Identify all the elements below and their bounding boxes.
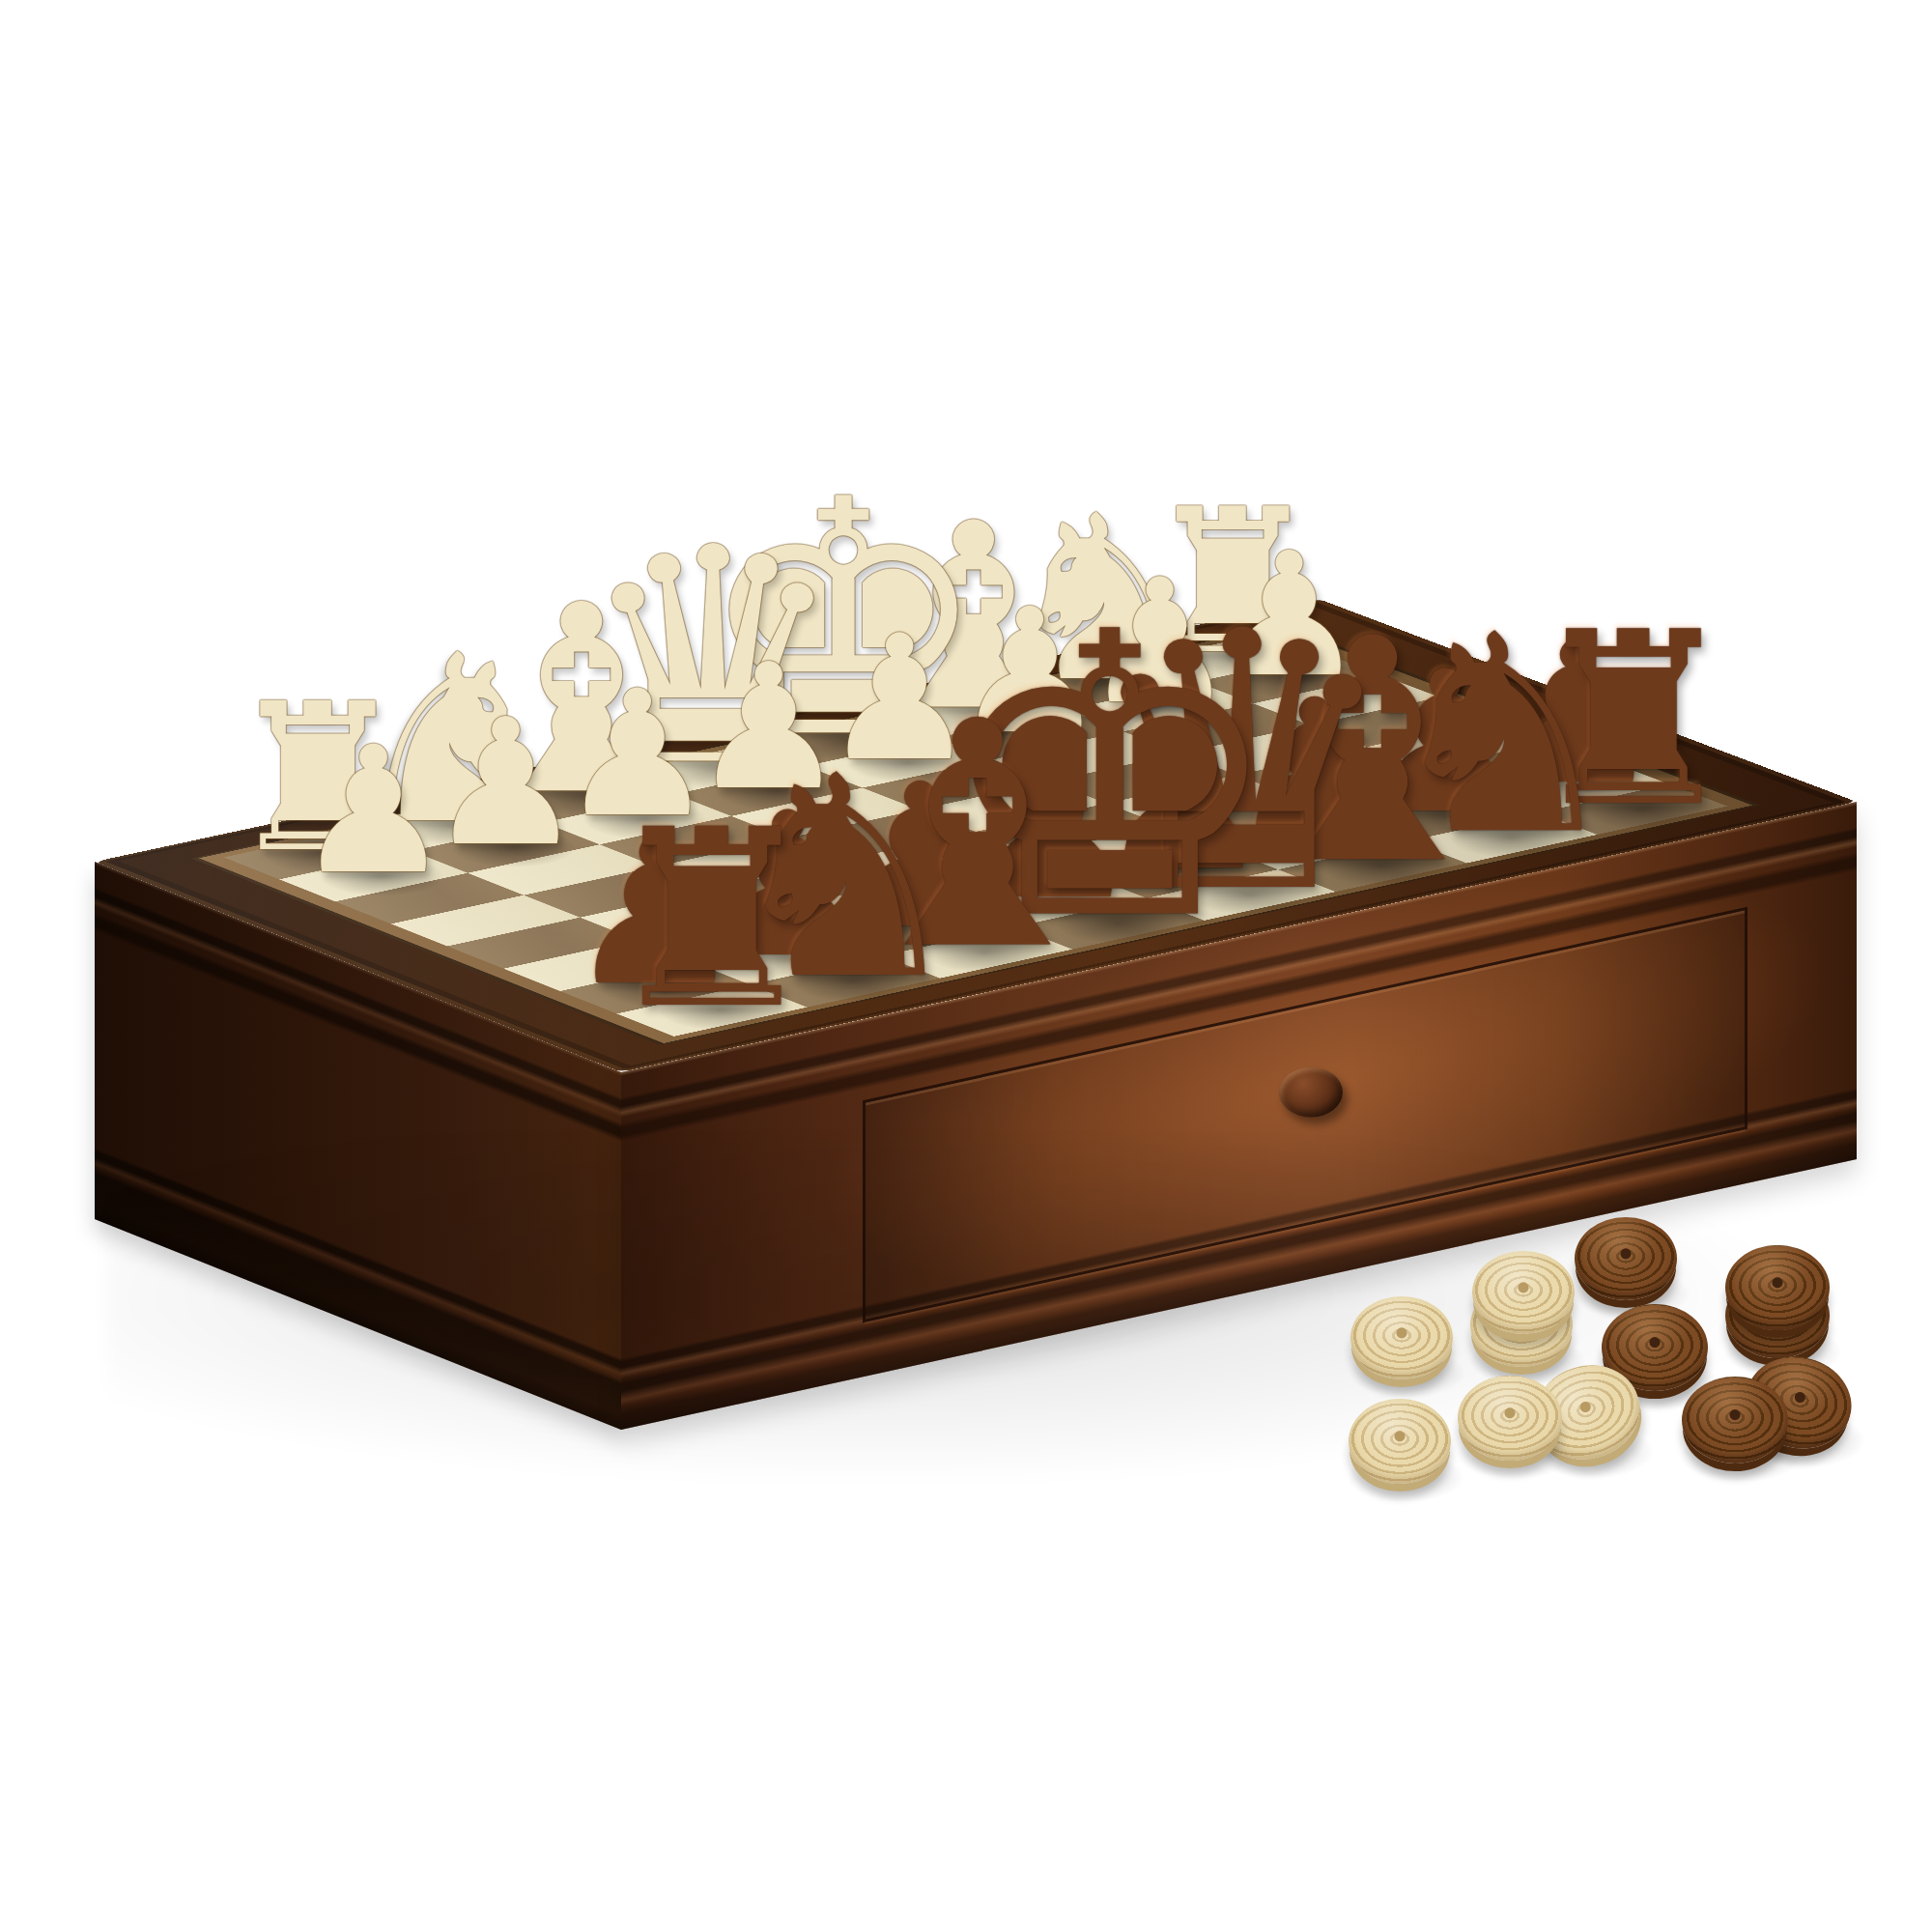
drawer-knob	[1279, 1067, 1343, 1118]
product-photo-scene: ♜♞♝♚♛♝♞♜♟♟♟♟♟♟♟♟♟♟♟♟♟♟♟♟♜♞♝♛♚♝♞♜	[0, 0, 1932, 1932]
box-ground-shadow	[106, 1140, 1806, 1488]
